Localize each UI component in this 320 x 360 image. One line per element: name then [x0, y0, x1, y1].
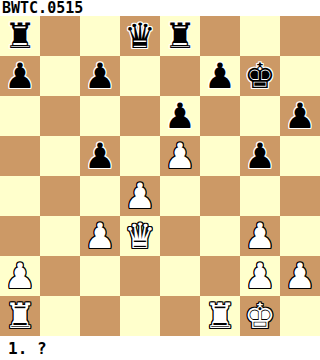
square-c8[interactable]: [80, 16, 120, 56]
square-g1[interactable]: ♚: [240, 296, 280, 336]
square-f4[interactable]: [200, 176, 240, 216]
square-c2[interactable]: [80, 256, 120, 296]
square-e8[interactable]: ♜: [160, 16, 200, 56]
square-e2[interactable]: [160, 256, 200, 296]
square-e6[interactable]: ♟: [160, 96, 200, 136]
square-h2[interactable]: ♟: [280, 256, 320, 296]
square-f6[interactable]: [200, 96, 240, 136]
square-a6[interactable]: [0, 96, 40, 136]
square-f1[interactable]: ♜: [200, 296, 240, 336]
square-a4[interactable]: [0, 176, 40, 216]
piece-white-rook: ♜: [204, 296, 235, 336]
piece-black-rook: ♜: [164, 16, 195, 56]
square-g3[interactable]: ♟: [240, 216, 280, 256]
square-c4[interactable]: [80, 176, 120, 216]
square-h4[interactable]: [280, 176, 320, 216]
square-c6[interactable]: [80, 96, 120, 136]
square-h3[interactable]: [280, 216, 320, 256]
square-g4[interactable]: [240, 176, 280, 216]
square-h7[interactable]: [280, 56, 320, 96]
square-b6[interactable]: [40, 96, 80, 136]
piece-white-rook: ♜: [4, 296, 35, 336]
square-c3[interactable]: ♟: [80, 216, 120, 256]
square-f3[interactable]: [200, 216, 240, 256]
square-d2[interactable]: [120, 256, 160, 296]
square-g8[interactable]: [240, 16, 280, 56]
piece-white-pawn: ♟: [244, 216, 275, 256]
chess-app-window: BWTC.0515 ♜♛♜♟♟♟♚♟♟♟♟♟♟♟♛♟♟♟♟♜♜♚ 1. ?: [0, 0, 320, 360]
square-a5[interactable]: [0, 136, 40, 176]
square-f2[interactable]: [200, 256, 240, 296]
piece-white-pawn: ♟: [164, 136, 195, 176]
square-d5[interactable]: [120, 136, 160, 176]
square-b4[interactable]: [40, 176, 80, 216]
square-g5[interactable]: ♟: [240, 136, 280, 176]
square-h8[interactable]: [280, 16, 320, 56]
chess-board: ♜♛♜♟♟♟♚♟♟♟♟♟♟♟♛♟♟♟♟♜♜♚: [0, 16, 320, 336]
square-d6[interactable]: [120, 96, 160, 136]
piece-black-king: ♚: [244, 56, 275, 96]
square-d8[interactable]: ♛: [120, 16, 160, 56]
square-a3[interactable]: [0, 216, 40, 256]
square-e5[interactable]: ♟: [160, 136, 200, 176]
square-e1[interactable]: [160, 296, 200, 336]
square-e7[interactable]: [160, 56, 200, 96]
piece-black-queen: ♛: [124, 16, 155, 56]
puzzle-title: BWTC.0515: [0, 0, 320, 16]
square-d7[interactable]: [120, 56, 160, 96]
square-b3[interactable]: [40, 216, 80, 256]
square-f8[interactable]: [200, 16, 240, 56]
square-e4[interactable]: [160, 176, 200, 216]
piece-white-pawn: ♟: [124, 176, 155, 216]
piece-white-pawn: ♟: [84, 216, 115, 256]
square-a8[interactable]: ♜: [0, 16, 40, 56]
piece-black-pawn: ♟: [244, 136, 275, 176]
piece-black-pawn: ♟: [4, 56, 35, 96]
square-g7[interactable]: ♚: [240, 56, 280, 96]
square-h5[interactable]: [280, 136, 320, 176]
square-b2[interactable]: [40, 256, 80, 296]
square-b8[interactable]: [40, 16, 80, 56]
square-h1[interactable]: [280, 296, 320, 336]
square-a1[interactable]: ♜: [0, 296, 40, 336]
piece-black-pawn: ♟: [284, 96, 315, 136]
piece-white-pawn: ♟: [244, 256, 275, 296]
piece-black-pawn: ♟: [204, 56, 235, 96]
square-d3[interactable]: ♛: [120, 216, 160, 256]
piece-white-pawn: ♟: [284, 256, 315, 296]
square-c1[interactable]: [80, 296, 120, 336]
square-c7[interactable]: ♟: [80, 56, 120, 96]
piece-white-queen: ♛: [124, 216, 155, 256]
square-g2[interactable]: ♟: [240, 256, 280, 296]
square-h6[interactable]: ♟: [280, 96, 320, 136]
square-f5[interactable]: [200, 136, 240, 176]
square-b7[interactable]: [40, 56, 80, 96]
piece-black-pawn: ♟: [84, 136, 115, 176]
square-d4[interactable]: ♟: [120, 176, 160, 216]
move-prompt: 1. ?: [0, 336, 320, 360]
square-a7[interactable]: ♟: [0, 56, 40, 96]
square-d1[interactable]: [120, 296, 160, 336]
square-b5[interactable]: [40, 136, 80, 176]
piece-black-pawn: ♟: [164, 96, 195, 136]
piece-black-rook: ♜: [4, 16, 35, 56]
square-g6[interactable]: [240, 96, 280, 136]
piece-white-king: ♚: [244, 296, 275, 336]
piece-white-pawn: ♟: [4, 256, 35, 296]
square-f7[interactable]: ♟: [200, 56, 240, 96]
square-a2[interactable]: ♟: [0, 256, 40, 296]
piece-black-pawn: ♟: [84, 56, 115, 96]
square-c5[interactable]: ♟: [80, 136, 120, 176]
square-b1[interactable]: [40, 296, 80, 336]
square-e3[interactable]: [160, 216, 200, 256]
